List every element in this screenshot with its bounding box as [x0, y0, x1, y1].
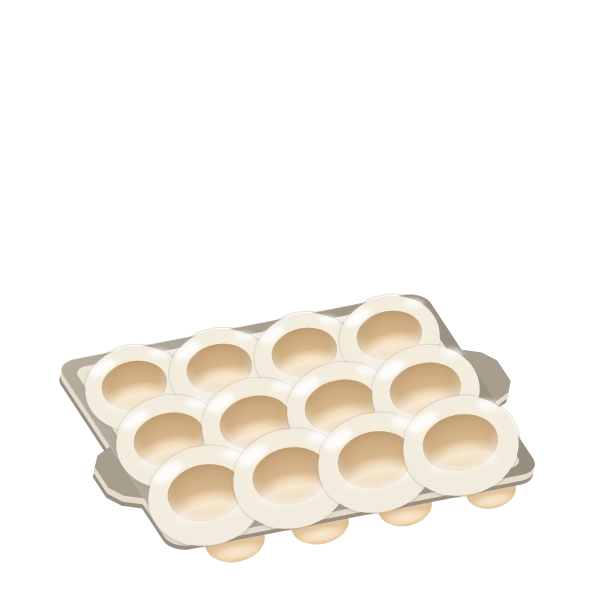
muffin-cups [0, 0, 600, 600]
muffin-cup [395, 387, 528, 506]
product-photo-stage [0, 0, 600, 600]
